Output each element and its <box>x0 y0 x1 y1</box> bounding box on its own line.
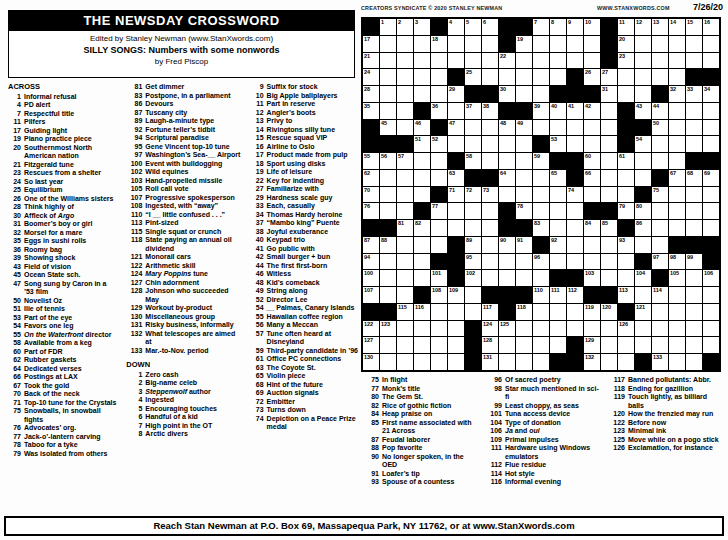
grid-cell[interactable] <box>533 321 549 337</box>
grid-cell[interactable] <box>635 321 651 337</box>
grid-cell[interactable] <box>703 120 719 136</box>
grid-cell[interactable]: 88 <box>380 237 396 253</box>
grid-cell[interactable] <box>380 86 396 102</box>
grid-cell[interactable]: 22 <box>499 53 515 69</box>
grid-cell[interactable]: 67 <box>669 170 685 186</box>
grid-cell[interactable]: 57 <box>397 153 413 169</box>
grid-cell[interactable]: 23 <box>618 53 634 69</box>
grid-cell[interactable] <box>669 103 685 119</box>
grid-cell[interactable]: 96 <box>533 254 549 270</box>
grid-cell[interactable] <box>550 254 566 270</box>
grid-cell[interactable] <box>397 321 413 337</box>
grid-cell[interactable] <box>584 36 600 52</box>
grid-cell[interactable]: 3 <box>414 19 430 35</box>
grid-cell[interactable]: 133 <box>652 354 668 370</box>
grid-cell[interactable]: 104 <box>635 270 651 286</box>
grid-cell[interactable] <box>516 321 532 337</box>
grid-cell[interactable] <box>567 203 583 219</box>
grid-cell[interactable]: 17 <box>363 36 379 52</box>
grid-cell[interactable] <box>397 270 413 286</box>
grid-cell[interactable]: 114 <box>652 287 668 303</box>
grid-cell[interactable]: 35 <box>363 103 379 119</box>
grid-cell[interactable] <box>380 270 396 286</box>
grid-cell[interactable]: 113 <box>618 287 634 303</box>
grid-cell[interactable] <box>567 254 583 270</box>
grid-cell[interactable]: 71 <box>448 187 464 203</box>
grid-cell[interactable]: 53 <box>550 136 566 152</box>
grid-cell[interactable]: 120 <box>601 304 617 320</box>
grid-cell[interactable] <box>397 354 413 370</box>
grid-cell[interactable] <box>533 120 549 136</box>
grid-cell[interactable] <box>499 337 515 353</box>
grid-cell[interactable]: 4 <box>448 19 464 35</box>
grid-cell[interactable]: 90 <box>499 237 515 253</box>
grid-cell[interactable] <box>567 321 583 337</box>
grid-cell[interactable]: 68 <box>686 170 702 186</box>
grid-cell[interactable] <box>414 153 430 169</box>
grid-cell[interactable] <box>601 120 617 136</box>
grid-cell[interactable] <box>550 120 566 136</box>
grid-cell[interactable] <box>686 53 702 69</box>
grid-cell[interactable] <box>448 304 464 320</box>
grid-cell[interactable]: 15 <box>686 19 702 35</box>
grid-cell[interactable]: 2 <box>397 19 413 35</box>
grid-cell[interactable] <box>567 237 583 253</box>
grid-cell[interactable] <box>414 337 430 353</box>
grid-cell[interactable] <box>448 203 464 219</box>
grid-cell[interactable] <box>669 337 685 353</box>
grid-cell[interactable] <box>669 203 685 219</box>
grid-cell[interactable]: 48 <box>499 120 515 136</box>
grid-cell[interactable] <box>431 337 447 353</box>
grid-cell[interactable] <box>669 220 685 236</box>
grid-cell[interactable]: 84 <box>584 220 600 236</box>
grid-cell[interactable]: 20 <box>618 36 634 52</box>
grid-cell[interactable]: 75 <box>652 187 668 203</box>
grid-cell[interactable] <box>431 237 447 253</box>
grid-cell[interactable] <box>380 170 396 186</box>
grid-cell[interactable] <box>397 287 413 303</box>
grid-cell[interactable]: 72 <box>465 187 481 203</box>
grid-cell[interactable] <box>448 321 464 337</box>
grid-cell[interactable]: 131 <box>482 354 498 370</box>
grid-cell[interactable] <box>465 304 481 320</box>
grid-cell[interactable] <box>482 36 498 52</box>
grid-cell[interactable] <box>414 354 430 370</box>
grid-cell[interactable] <box>533 53 549 69</box>
grid-cell[interactable]: 14 <box>669 19 685 35</box>
grid-cell[interactable] <box>533 304 549 320</box>
grid-cell[interactable] <box>584 53 600 69</box>
grid-cell[interactable] <box>618 254 634 270</box>
grid-cell[interactable]: 47 <box>448 120 464 136</box>
grid-cell[interactable] <box>567 220 583 236</box>
grid-cell[interactable]: 9 <box>567 19 583 35</box>
grid-cell[interactable] <box>618 187 634 203</box>
grid-cell[interactable]: 21 <box>363 53 379 69</box>
grid-cell[interactable] <box>652 153 668 169</box>
grid-cell[interactable] <box>380 53 396 69</box>
grid-cell[interactable]: 130 <box>363 354 379 370</box>
grid-cell[interactable]: 58 <box>465 153 481 169</box>
grid-cell[interactable] <box>448 53 464 69</box>
grid-cell[interactable]: 44 <box>652 103 668 119</box>
grid-cell[interactable] <box>448 36 464 52</box>
grid-cell[interactable] <box>448 136 464 152</box>
grid-cell[interactable]: 37 <box>465 103 481 119</box>
grid-cell[interactable] <box>618 86 634 102</box>
grid-cell[interactable] <box>448 337 464 353</box>
grid-cell[interactable] <box>380 187 396 203</box>
grid-cell[interactable]: 64 <box>499 170 515 186</box>
grid-cell[interactable] <box>533 354 549 370</box>
grid-cell[interactable] <box>431 321 447 337</box>
grid-cell[interactable] <box>635 170 651 186</box>
grid-cell[interactable] <box>550 69 566 85</box>
grid-cell[interactable] <box>397 337 413 353</box>
grid-cell[interactable]: 103 <box>584 270 600 286</box>
grid-cell[interactable]: 51 <box>414 136 430 152</box>
grid-cell[interactable] <box>516 170 532 186</box>
grid-cell[interactable]: 86 <box>635 220 651 236</box>
grid-cell[interactable] <box>703 203 719 219</box>
grid-cell[interactable]: 118 <box>516 304 532 320</box>
grid-cell[interactable] <box>635 287 651 303</box>
grid-cell[interactable]: 128 <box>482 337 498 353</box>
grid-cell[interactable] <box>533 270 549 286</box>
grid-cell[interactable] <box>584 136 600 152</box>
grid-cell[interactable] <box>669 36 685 52</box>
grid-cell[interactable] <box>601 187 617 203</box>
grid-cell[interactable]: 127 <box>363 337 379 353</box>
grid-cell[interactable] <box>516 69 532 85</box>
grid-cell[interactable] <box>397 36 413 52</box>
grid-cell[interactable]: 31 <box>601 86 617 102</box>
grid-cell[interactable]: 34 <box>703 86 719 102</box>
grid-cell[interactable]: 5 <box>465 19 481 35</box>
grid-cell[interactable] <box>669 153 685 169</box>
grid-cell[interactable] <box>380 337 396 353</box>
grid-cell[interactable] <box>567 53 583 69</box>
grid-cell[interactable] <box>669 287 685 303</box>
grid-cell[interactable]: 1 <box>380 19 396 35</box>
grid-cell[interactable] <box>703 36 719 52</box>
grid-cell[interactable] <box>431 220 447 236</box>
grid-cell[interactable] <box>465 36 481 52</box>
grid-cell[interactable] <box>669 120 685 136</box>
grid-cell[interactable]: 41 <box>567 103 583 119</box>
grid-cell[interactable]: 74 <box>567 187 583 203</box>
grid-cell[interactable]: 87 <box>363 237 379 253</box>
grid-cell[interactable] <box>482 153 498 169</box>
grid-cell[interactable]: 61 <box>618 153 634 169</box>
grid-cell[interactable] <box>482 120 498 136</box>
grid-cell[interactable] <box>567 36 583 52</box>
grid-cell[interactable] <box>414 69 430 85</box>
grid-cell[interactable]: 78 <box>516 203 532 219</box>
grid-cell[interactable] <box>516 187 532 203</box>
grid-cell[interactable] <box>601 354 617 370</box>
grid-cell[interactable] <box>669 321 685 337</box>
grid-cell[interactable] <box>686 304 702 320</box>
grid-cell[interactable] <box>635 337 651 353</box>
grid-cell[interactable] <box>652 337 668 353</box>
grid-cell[interactable] <box>686 203 702 219</box>
grid-cell[interactable]: 59 <box>533 153 549 169</box>
grid-cell[interactable] <box>516 337 532 353</box>
grid-cell[interactable] <box>414 86 430 102</box>
grid-cell[interactable]: 10 <box>584 19 600 35</box>
grid-cell[interactable]: 27 <box>601 69 617 85</box>
grid-cell[interactable]: 38 <box>482 103 498 119</box>
grid-cell[interactable] <box>533 36 549 52</box>
grid-cell[interactable] <box>397 170 413 186</box>
grid-cell[interactable]: 123 <box>380 321 396 337</box>
grid-cell[interactable] <box>499 187 515 203</box>
grid-cell[interactable] <box>703 136 719 152</box>
grid-cell[interactable] <box>686 136 702 152</box>
grid-cell[interactable] <box>482 220 498 236</box>
grid-cell[interactable] <box>533 203 549 219</box>
grid-cell[interactable]: 32 <box>669 86 685 102</box>
grid-cell[interactable] <box>686 103 702 119</box>
grid-cell[interactable]: 76 <box>363 203 379 219</box>
grid-cell[interactable] <box>380 354 396 370</box>
grid-cell[interactable] <box>431 153 447 169</box>
grid-cell[interactable]: 95 <box>465 254 481 270</box>
grid-cell[interactable]: 98 <box>669 254 685 270</box>
grid-cell[interactable]: 99 <box>686 254 702 270</box>
grid-cell[interactable] <box>482 203 498 219</box>
grid-cell[interactable] <box>397 69 413 85</box>
grid-cell[interactable]: 65 <box>550 170 566 186</box>
grid-cell[interactable]: 77 <box>431 203 447 219</box>
grid-cell[interactable] <box>635 86 651 102</box>
grid-cell[interactable]: 54 <box>635 136 651 152</box>
grid-cell[interactable]: 94 <box>363 254 379 270</box>
grid-cell[interactable] <box>465 136 481 152</box>
grid-cell[interactable] <box>482 136 498 152</box>
grid-cell[interactable] <box>499 354 515 370</box>
grid-cell[interactable] <box>584 120 600 136</box>
grid-cell[interactable]: 122 <box>363 321 379 337</box>
grid-cell[interactable] <box>686 187 702 203</box>
grid-cell[interactable] <box>703 53 719 69</box>
grid-cell[interactable]: 16 <box>703 19 719 35</box>
grid-cell[interactable] <box>601 103 617 119</box>
grid-cell[interactable] <box>414 321 430 337</box>
grid-cell[interactable]: 11 <box>618 19 634 35</box>
grid-cell[interactable] <box>635 69 651 85</box>
grid-cell[interactable]: 132 <box>584 354 600 370</box>
grid-cell[interactable]: 42 <box>584 103 600 119</box>
grid-cell[interactable] <box>652 36 668 52</box>
grid-cell[interactable] <box>601 321 617 337</box>
grid-cell[interactable] <box>686 270 702 286</box>
grid-cell[interactable]: 12 <box>635 19 651 35</box>
grid-cell[interactable]: 40 <box>550 103 566 119</box>
grid-cell[interactable] <box>601 337 617 353</box>
grid-cell[interactable] <box>635 237 651 253</box>
grid-cell[interactable] <box>686 321 702 337</box>
grid-cell[interactable]: 110 <box>533 287 549 303</box>
grid-cell[interactable] <box>516 53 532 69</box>
grid-cell[interactable] <box>533 69 549 85</box>
grid-cell[interactable] <box>397 86 413 102</box>
grid-cell[interactable]: 26 <box>584 69 600 85</box>
grid-cell[interactable] <box>448 103 464 119</box>
grid-cell[interactable]: 119 <box>584 304 600 320</box>
grid-cell[interactable]: 85 <box>601 220 617 236</box>
grid-cell[interactable] <box>380 287 396 303</box>
grid-cell[interactable] <box>431 170 447 186</box>
grid-cell[interactable] <box>380 254 396 270</box>
grid-cell[interactable] <box>584 254 600 270</box>
grid-cell[interactable] <box>465 120 481 136</box>
grid-cell[interactable] <box>499 270 515 286</box>
grid-cell[interactable]: 100 <box>363 270 379 286</box>
grid-cell[interactable] <box>618 354 634 370</box>
grid-cell[interactable]: 116 <box>414 304 430 320</box>
grid-cell[interactable] <box>431 53 447 69</box>
grid-cell[interactable]: 7 <box>533 19 549 35</box>
grid-cell[interactable]: 60 <box>584 153 600 169</box>
grid-cell[interactable]: 39 <box>533 103 549 119</box>
grid-cell[interactable] <box>703 220 719 236</box>
grid-cell[interactable]: 30 <box>499 86 515 102</box>
grid-cell[interactable]: 126 <box>618 321 634 337</box>
grid-cell[interactable]: 49 <box>516 120 532 136</box>
grid-cell[interactable] <box>465 53 481 69</box>
grid-cell[interactable] <box>499 136 515 152</box>
grid-cell[interactable]: 92 <box>550 237 566 253</box>
grid-cell[interactable] <box>414 53 430 69</box>
grid-cell[interactable]: 63 <box>448 170 464 186</box>
grid-cell[interactable] <box>567 136 583 152</box>
grid-cell[interactable]: 45 <box>380 120 396 136</box>
grid-cell[interactable] <box>414 254 430 270</box>
grid-cell[interactable] <box>397 187 413 203</box>
grid-cell[interactable] <box>414 187 430 203</box>
grid-cell[interactable] <box>533 86 549 102</box>
grid-cell[interactable] <box>703 187 719 203</box>
grid-cell[interactable] <box>669 136 685 152</box>
grid-cell[interactable] <box>380 203 396 219</box>
grid-cell[interactable] <box>703 103 719 119</box>
grid-cell[interactable]: 50 <box>652 120 668 136</box>
grid-cell[interactable]: 19 <box>516 36 532 52</box>
grid-cell[interactable]: 25 <box>465 69 481 85</box>
grid-cell[interactable]: 81 <box>397 220 413 236</box>
grid-cell[interactable] <box>550 321 566 337</box>
grid-cell[interactable] <box>601 170 617 186</box>
grid-cell[interactable] <box>482 237 498 253</box>
grid-cell[interactable]: 108 <box>431 287 447 303</box>
grid-cell[interactable]: 111 <box>550 287 566 303</box>
grid-cell[interactable] <box>448 220 464 236</box>
grid-cell[interactable]: 18 <box>431 36 447 52</box>
grid-cell[interactable]: 102 <box>465 270 481 286</box>
grid-cell[interactable] <box>652 220 668 236</box>
grid-cell[interactable] <box>550 187 566 203</box>
grid-cell[interactable] <box>380 103 396 119</box>
grid-cell[interactable] <box>601 254 617 270</box>
grid-cell[interactable] <box>618 270 634 286</box>
grid-cell[interactable] <box>601 270 617 286</box>
grid-cell[interactable] <box>516 254 532 270</box>
grid-cell[interactable]: 33 <box>686 86 702 102</box>
grid-cell[interactable]: 52 <box>431 136 447 152</box>
grid-cell[interactable] <box>414 170 430 186</box>
grid-cell[interactable]: 69 <box>703 170 719 186</box>
grid-cell[interactable] <box>482 69 498 85</box>
grid-cell[interactable] <box>397 103 413 119</box>
grid-cell[interactable] <box>397 53 413 69</box>
grid-cell[interactable]: 82 <box>414 220 430 236</box>
grid-cell[interactable] <box>431 354 447 370</box>
grid-cell[interactable]: 28 <box>363 86 379 102</box>
grid-cell[interactable]: 79 <box>618 203 634 219</box>
grid-cell[interactable] <box>669 69 685 85</box>
grid-cell[interactable]: 56 <box>380 153 396 169</box>
grid-cell[interactable] <box>550 304 566 320</box>
grid-cell[interactable] <box>516 136 532 152</box>
grid-cell[interactable] <box>669 187 685 203</box>
grid-cell[interactable]: 43 <box>635 103 651 119</box>
grid-cell[interactable] <box>567 304 583 320</box>
grid-cell[interactable] <box>550 203 566 219</box>
grid-cell[interactable] <box>380 69 396 85</box>
grid-cell[interactable] <box>669 354 685 370</box>
grid-cell[interactable] <box>431 86 447 102</box>
grid-cell[interactable] <box>584 237 600 253</box>
grid-cell[interactable] <box>397 237 413 253</box>
grid-cell[interactable] <box>567 120 583 136</box>
grid-cell[interactable] <box>601 136 617 152</box>
grid-cell[interactable] <box>533 187 549 203</box>
grid-cell[interactable] <box>499 153 515 169</box>
grid-cell[interactable]: 83 <box>533 220 549 236</box>
grid-cell[interactable]: 109 <box>448 287 464 303</box>
grid-cell[interactable]: 124 <box>482 321 498 337</box>
grid-cell[interactable] <box>431 69 447 85</box>
grid-cell[interactable] <box>703 304 719 320</box>
grid-cell[interactable] <box>397 254 413 270</box>
grid-cell[interactable]: 106 <box>703 270 719 286</box>
grid-cell[interactable]: 13 <box>652 19 668 35</box>
grid-cell[interactable] <box>499 254 515 270</box>
grid-cell[interactable] <box>686 220 702 236</box>
grid-cell[interactable] <box>397 120 413 136</box>
grid-cell[interactable] <box>414 270 430 286</box>
grid-cell[interactable] <box>652 321 668 337</box>
grid-cell[interactable] <box>686 337 702 353</box>
grid-cell[interactable] <box>533 170 549 186</box>
grid-cell[interactable]: 66 <box>584 170 600 186</box>
grid-cell[interactable] <box>618 337 634 353</box>
grid-cell[interactable] <box>652 69 668 85</box>
grid-cell[interactable] <box>652 136 668 152</box>
grid-cell[interactable] <box>550 337 566 353</box>
grid-cell[interactable]: 91 <box>516 237 532 253</box>
grid-cell[interactable] <box>635 36 651 52</box>
grid-cell[interactable] <box>686 287 702 303</box>
grid-cell[interactable] <box>652 203 668 219</box>
grid-cell[interactable] <box>533 337 549 353</box>
grid-cell[interactable] <box>482 53 498 69</box>
grid-cell[interactable] <box>431 304 447 320</box>
grid-cell[interactable] <box>618 69 634 85</box>
